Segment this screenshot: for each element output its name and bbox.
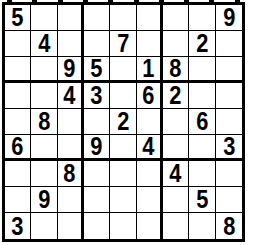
given-digit: 6 [12, 135, 24, 160]
cell-r3c4[interactable]: 5 [84, 57, 110, 83]
cell-r9c7[interactable] [163, 213, 189, 239]
cell-r3c6[interactable]: 1 [137, 57, 163, 83]
cell-r5c6[interactable] [137, 109, 163, 135]
cell-r2c4[interactable] [84, 31, 110, 57]
cell-r5c3[interactable] [58, 109, 84, 135]
sudoku-board: 59472951843628266943849538 [2, 2, 245, 242]
given-digit: 4 [38, 31, 50, 57]
given-digit: 6 [196, 109, 208, 135]
cell-r1c5[interactable] [110, 5, 136, 31]
cell-r6c5[interactable] [110, 135, 136, 161]
cell-r3c3[interactable]: 9 [58, 57, 84, 83]
cell-r8c6[interactable] [137, 187, 163, 213]
cell-r1c6[interactable] [137, 5, 163, 31]
cell-r5c7[interactable] [163, 109, 189, 135]
cell-r7c4[interactable] [84, 161, 110, 187]
cell-r1c3[interactable] [58, 5, 84, 31]
given-digit: 2 [196, 31, 208, 57]
cell-r8c1[interactable] [5, 187, 31, 213]
cell-r6c4[interactable]: 9 [84, 135, 110, 161]
given-digit: 3 [91, 83, 103, 109]
cell-r4c5[interactable] [110, 83, 136, 109]
cell-r9c2[interactable] [31, 213, 57, 239]
cell-r7c3[interactable]: 8 [58, 161, 84, 187]
cell-r2c2[interactable]: 4 [31, 31, 57, 57]
cell-r8c9[interactable] [216, 187, 242, 213]
cell-r4c1[interactable] [5, 83, 31, 109]
cell-r8c5[interactable] [110, 187, 136, 213]
cell-r2c7[interactable] [163, 31, 189, 57]
cell-r4c9[interactable] [216, 83, 242, 109]
given-digit: 3 [12, 213, 24, 239]
given-digit: 9 [223, 5, 235, 31]
cell-r1c9[interactable]: 9 [216, 5, 242, 31]
given-digit: 2 [170, 83, 182, 109]
cell-r6c9[interactable]: 3 [216, 135, 242, 161]
cell-r1c7[interactable] [163, 5, 189, 31]
cell-r5c4[interactable] [84, 109, 110, 135]
cell-r4c6[interactable]: 6 [137, 83, 163, 109]
cell-r8c8[interactable]: 5 [189, 187, 215, 213]
cell-r9c6[interactable] [137, 213, 163, 239]
given-digit: 8 [63, 161, 75, 187]
cell-r1c1[interactable]: 5 [5, 5, 31, 31]
cell-r2c5[interactable]: 7 [110, 31, 136, 57]
given-digit: 8 [170, 57, 182, 82]
cell-r7c2[interactable] [31, 161, 57, 187]
cell-r5c9[interactable] [216, 109, 242, 135]
given-digit: 4 [142, 135, 154, 160]
given-digit: 9 [38, 187, 50, 213]
cell-r2c6[interactable] [137, 31, 163, 57]
cell-r9c3[interactable] [58, 213, 84, 239]
given-digit: 5 [196, 187, 208, 213]
cell-r4c4[interactable]: 3 [84, 83, 110, 109]
cell-r9c9[interactable]: 8 [216, 213, 242, 239]
cell-r4c2[interactable] [31, 83, 57, 109]
cell-r3c2[interactable] [31, 57, 57, 83]
cell-r8c4[interactable] [84, 187, 110, 213]
given-digit: 4 [63, 83, 75, 109]
cell-r9c8[interactable] [189, 213, 215, 239]
cell-r8c3[interactable] [58, 187, 84, 213]
given-digit: 4 [170, 161, 182, 187]
given-digit: 7 [117, 31, 129, 57]
cell-r2c9[interactable] [216, 31, 242, 57]
cell-r6c1[interactable]: 6 [5, 135, 31, 161]
cell-r4c3[interactable]: 4 [58, 83, 84, 109]
given-digit: 9 [63, 57, 75, 82]
cell-r6c7[interactable] [163, 135, 189, 161]
cell-r7c9[interactable] [216, 161, 242, 187]
cell-r1c2[interactable] [31, 5, 57, 31]
cell-r5c5[interactable]: 2 [110, 109, 136, 135]
cell-r6c8[interactable] [189, 135, 215, 161]
given-digit: 8 [38, 109, 50, 135]
given-digit: 8 [223, 213, 235, 239]
cell-r1c8[interactable] [189, 5, 215, 31]
cell-r6c3[interactable] [58, 135, 84, 161]
cell-r9c4[interactable] [84, 213, 110, 239]
cell-r2c1[interactable] [5, 31, 31, 57]
cell-r8c7[interactable] [163, 187, 189, 213]
cell-r2c8[interactable]: 2 [189, 31, 215, 57]
given-digit: 9 [91, 135, 103, 160]
given-digit: 3 [223, 135, 235, 160]
cell-r5c8[interactable]: 6 [189, 109, 215, 135]
cell-r3c7[interactable]: 8 [163, 57, 189, 83]
given-digit: 1 [142, 57, 154, 82]
cell-r6c6[interactable]: 4 [137, 135, 163, 161]
cell-r6c2[interactable] [31, 135, 57, 161]
cell-r7c7[interactable]: 4 [163, 161, 189, 187]
cell-r7c6[interactable] [137, 161, 163, 187]
cell-r5c1[interactable] [5, 109, 31, 135]
cell-r8c2[interactable]: 9 [31, 187, 57, 213]
cell-r5c2[interactable]: 8 [31, 109, 57, 135]
given-digit: 2 [117, 109, 129, 135]
given-digit: 6 [142, 83, 154, 109]
cell-r4c7[interactable]: 2 [163, 83, 189, 109]
cell-r2c3[interactable] [58, 31, 84, 57]
given-digit: 5 [12, 5, 24, 31]
cell-r9c5[interactable] [110, 213, 136, 239]
cell-r3c9[interactable] [216, 57, 242, 83]
cell-r4c8[interactable] [189, 83, 215, 109]
cell-r3c1[interactable] [5, 57, 31, 83]
cell-r3c8[interactable] [189, 57, 215, 83]
cell-r9c1[interactable]: 3 [5, 213, 31, 239]
cell-r7c5[interactable] [110, 161, 136, 187]
cell-r7c8[interactable] [189, 161, 215, 187]
cell-r3c5[interactable] [110, 57, 136, 83]
given-digit: 5 [91, 57, 103, 82]
cell-r7c1[interactable] [5, 161, 31, 187]
cell-r1c4[interactable] [84, 5, 110, 31]
